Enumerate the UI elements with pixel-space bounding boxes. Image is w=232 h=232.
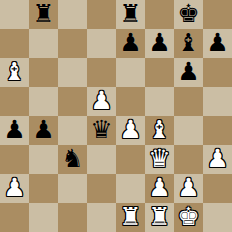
square-g8[interactable]: ♚ (174, 0, 203, 29)
square-b5[interactable] (29, 87, 58, 116)
square-f4[interactable]: ♝ (145, 116, 174, 145)
square-f3[interactable]: ♛ (145, 145, 174, 174)
square-h3[interactable]: ♟ (203, 145, 232, 174)
square-g2[interactable]: ♟ (174, 174, 203, 203)
white-king[interactable]: ♚ (177, 202, 199, 231)
square-h7[interactable]: ♟ (203, 29, 232, 58)
square-h1[interactable] (203, 203, 232, 232)
square-f1[interactable]: ♜ (145, 203, 174, 232)
square-d2[interactable] (87, 174, 116, 203)
square-e2[interactable] (116, 174, 145, 203)
square-a3[interactable] (0, 145, 29, 174)
square-d8[interactable] (87, 0, 116, 29)
square-g5[interactable] (174, 87, 203, 116)
square-a6[interactable]: ♝ (0, 58, 29, 87)
black-knight[interactable]: ♞ (61, 144, 83, 173)
white-rook[interactable]: ♜ (119, 202, 141, 231)
square-b8[interactable]: ♜ (29, 0, 58, 29)
chess-board: ♜♜♚♟♟♝♟♝♟♟♟♟♛♟♝♞♛♟♟♟♟♜♜♚ (0, 0, 232, 232)
square-g6[interactable]: ♟ (174, 58, 203, 87)
square-h5[interactable] (203, 87, 232, 116)
square-b2[interactable] (29, 174, 58, 203)
square-f8[interactable] (145, 0, 174, 29)
square-e8[interactable]: ♜ (116, 0, 145, 29)
square-a4[interactable]: ♟ (0, 116, 29, 145)
square-e7[interactable]: ♟ (116, 29, 145, 58)
white-bishop[interactable]: ♝ (148, 115, 170, 144)
square-h4[interactable] (203, 116, 232, 145)
square-a7[interactable] (0, 29, 29, 58)
square-f6[interactable] (145, 58, 174, 87)
white-pawn[interactable]: ♟ (119, 115, 141, 144)
square-g4[interactable] (174, 116, 203, 145)
square-f7[interactable]: ♟ (145, 29, 174, 58)
white-pawn[interactable]: ♟ (177, 173, 199, 202)
square-g3[interactable] (174, 145, 203, 174)
white-pawn[interactable]: ♟ (148, 173, 170, 202)
black-rook[interactable]: ♜ (119, 0, 141, 28)
square-d7[interactable] (87, 29, 116, 58)
square-b7[interactable] (29, 29, 58, 58)
square-c8[interactable] (58, 0, 87, 29)
black-pawn[interactable]: ♟ (177, 57, 199, 86)
black-pawn[interactable]: ♟ (148, 28, 170, 57)
square-c6[interactable] (58, 58, 87, 87)
black-queen[interactable]: ♛ (90, 115, 112, 144)
square-f2[interactable]: ♟ (145, 174, 174, 203)
white-rook[interactable]: ♜ (148, 202, 170, 231)
square-c1[interactable] (58, 203, 87, 232)
square-d6[interactable] (87, 58, 116, 87)
square-d1[interactable] (87, 203, 116, 232)
square-g1[interactable]: ♚ (174, 203, 203, 232)
square-c2[interactable] (58, 174, 87, 203)
square-a8[interactable] (0, 0, 29, 29)
square-b1[interactable] (29, 203, 58, 232)
square-d3[interactable] (87, 145, 116, 174)
square-e4[interactable]: ♟ (116, 116, 145, 145)
black-king[interactable]: ♚ (177, 0, 199, 28)
square-e3[interactable] (116, 145, 145, 174)
square-e1[interactable]: ♜ (116, 203, 145, 232)
square-d4[interactable]: ♛ (87, 116, 116, 145)
square-d5[interactable]: ♟ (87, 87, 116, 116)
square-h2[interactable] (203, 174, 232, 203)
white-pawn[interactable]: ♟ (206, 144, 228, 173)
black-pawn[interactable]: ♟ (3, 115, 25, 144)
white-pawn[interactable]: ♟ (3, 173, 25, 202)
square-g7[interactable]: ♝ (174, 29, 203, 58)
square-b3[interactable] (29, 145, 58, 174)
white-bishop[interactable]: ♝ (3, 57, 25, 86)
square-h6[interactable] (203, 58, 232, 87)
black-pawn[interactable]: ♟ (119, 28, 141, 57)
black-pawn[interactable]: ♟ (32, 115, 54, 144)
black-rook[interactable]: ♜ (32, 0, 54, 28)
square-c5[interactable] (58, 87, 87, 116)
square-c4[interactable] (58, 116, 87, 145)
white-queen[interactable]: ♛ (148, 144, 170, 173)
white-pawn[interactable]: ♟ (90, 86, 112, 115)
square-e6[interactable] (116, 58, 145, 87)
square-a2[interactable]: ♟ (0, 174, 29, 203)
square-f5[interactable] (145, 87, 174, 116)
square-c3[interactable]: ♞ (58, 145, 87, 174)
black-pawn[interactable]: ♟ (206, 28, 228, 57)
square-b4[interactable]: ♟ (29, 116, 58, 145)
square-a1[interactable] (0, 203, 29, 232)
square-h8[interactable] (203, 0, 232, 29)
square-e5[interactable] (116, 87, 145, 116)
black-bishop[interactable]: ♝ (177, 28, 199, 57)
square-a5[interactable] (0, 87, 29, 116)
square-b6[interactable] (29, 58, 58, 87)
square-c7[interactable] (58, 29, 87, 58)
